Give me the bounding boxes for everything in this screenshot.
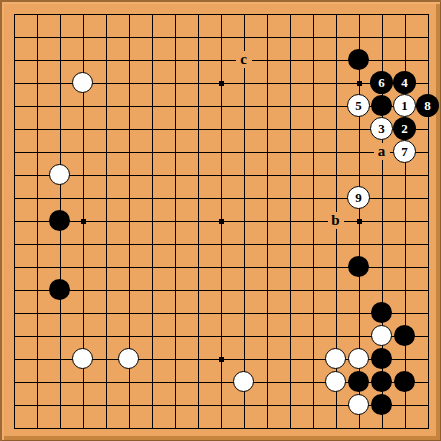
move-7-stone: 7 — [393, 140, 416, 163]
board-point — [94, 117, 117, 140]
board-point — [117, 347, 140, 370]
board-point — [255, 94, 278, 117]
black-stone — [371, 348, 392, 369]
board-point — [416, 393, 439, 416]
board-point — [393, 2, 416, 25]
board-point — [71, 25, 94, 48]
board-point — [48, 324, 71, 347]
board-point — [301, 324, 324, 347]
board-point — [209, 393, 232, 416]
board-point — [278, 232, 301, 255]
board-point — [232, 209, 255, 232]
board-point — [370, 347, 393, 370]
board-point — [94, 232, 117, 255]
board-point — [209, 2, 232, 25]
board-point — [301, 94, 324, 117]
board-point — [140, 25, 163, 48]
board-point — [232, 232, 255, 255]
board-point — [393, 48, 416, 71]
board-point — [232, 278, 255, 301]
board-point — [117, 140, 140, 163]
board-point — [140, 163, 163, 186]
board-point — [324, 71, 347, 94]
board-point — [278, 301, 301, 324]
board-point — [71, 163, 94, 186]
board-point — [94, 416, 117, 439]
board-point — [94, 140, 117, 163]
board-point — [117, 2, 140, 25]
board-point — [232, 347, 255, 370]
board-point — [25, 94, 48, 117]
board-point — [2, 48, 25, 71]
board-point — [71, 255, 94, 278]
board-point — [393, 163, 416, 186]
move-9-stone: 9 — [347, 186, 370, 209]
board-point — [232, 2, 255, 25]
board-point — [25, 25, 48, 48]
board-point — [255, 347, 278, 370]
board-point — [94, 255, 117, 278]
board-point — [94, 347, 117, 370]
board-point: 1 — [393, 94, 416, 117]
board-point — [209, 255, 232, 278]
board-point — [48, 370, 71, 393]
board-point — [393, 232, 416, 255]
board-point — [140, 117, 163, 140]
board-point — [232, 301, 255, 324]
board-point — [370, 324, 393, 347]
board-point — [347, 163, 370, 186]
board-point — [117, 278, 140, 301]
board-intersections: c6451832a79b — [2, 2, 439, 439]
board-point — [324, 140, 347, 163]
board-point — [94, 186, 117, 209]
board-point — [25, 163, 48, 186]
board-point — [2, 94, 25, 117]
board-point — [209, 140, 232, 163]
black-stone — [394, 325, 415, 346]
board-point — [25, 71, 48, 94]
board-point — [2, 140, 25, 163]
board-point — [416, 163, 439, 186]
board-point — [25, 347, 48, 370]
board-point — [278, 370, 301, 393]
board-point — [416, 324, 439, 347]
move-4-stone: 4 — [393, 71, 416, 94]
board-point — [25, 186, 48, 209]
board-point — [94, 209, 117, 232]
board-point — [2, 117, 25, 140]
board-point — [370, 2, 393, 25]
white-stone — [325, 371, 346, 392]
board-point — [163, 347, 186, 370]
board-point — [416, 25, 439, 48]
board-point — [324, 255, 347, 278]
board-point — [370, 255, 393, 278]
board-point — [25, 370, 48, 393]
board-point — [48, 140, 71, 163]
board-point — [301, 25, 324, 48]
board-point — [347, 278, 370, 301]
board-point — [255, 117, 278, 140]
board-point — [301, 71, 324, 94]
board-point — [94, 94, 117, 117]
board-point — [25, 2, 48, 25]
board-point — [370, 416, 393, 439]
board-point — [255, 370, 278, 393]
board-point — [209, 416, 232, 439]
board-point — [186, 25, 209, 48]
move-5-stone: 5 — [347, 94, 370, 117]
board-point — [209, 324, 232, 347]
board-point — [232, 324, 255, 347]
board-point — [48, 416, 71, 439]
board-point — [117, 186, 140, 209]
board-point — [347, 48, 370, 71]
board-point — [163, 25, 186, 48]
board-point — [232, 117, 255, 140]
board-point — [163, 255, 186, 278]
board-point — [2, 255, 25, 278]
board-point — [71, 416, 94, 439]
white-stone — [348, 348, 369, 369]
board-point — [163, 140, 186, 163]
board-point — [25, 255, 48, 278]
board-point — [301, 301, 324, 324]
board-point — [347, 416, 370, 439]
board-point — [140, 393, 163, 416]
board-point — [140, 186, 163, 209]
board-point — [232, 163, 255, 186]
board-point — [71, 393, 94, 416]
board-point — [2, 25, 25, 48]
black-stone — [348, 371, 369, 392]
board-point — [209, 94, 232, 117]
board-point — [416, 370, 439, 393]
board-point — [117, 94, 140, 117]
board-point — [324, 232, 347, 255]
board-point — [2, 71, 25, 94]
board-point — [140, 255, 163, 278]
board-point — [347, 140, 370, 163]
white-stone — [325, 348, 346, 369]
board-point — [324, 48, 347, 71]
board-point — [25, 301, 48, 324]
board-point — [163, 324, 186, 347]
board-point: a — [370, 140, 393, 163]
board-point — [48, 393, 71, 416]
board-point — [393, 370, 416, 393]
board-point — [278, 140, 301, 163]
board-point — [94, 163, 117, 186]
board-point — [416, 2, 439, 25]
board-point — [48, 94, 71, 117]
board-point — [416, 301, 439, 324]
board-point — [163, 163, 186, 186]
board-point — [48, 255, 71, 278]
board-point — [347, 255, 370, 278]
board-point — [71, 347, 94, 370]
board-point — [117, 163, 140, 186]
board-point — [347, 324, 370, 347]
board-point — [71, 209, 94, 232]
board-point — [140, 209, 163, 232]
board-point — [416, 232, 439, 255]
board-point — [278, 255, 301, 278]
board-point — [393, 186, 416, 209]
board-point — [186, 2, 209, 25]
board-point — [71, 94, 94, 117]
black-stone — [348, 256, 369, 277]
board-point — [163, 71, 186, 94]
board-point — [255, 416, 278, 439]
black-stone — [371, 95, 392, 116]
board-point — [370, 301, 393, 324]
board-point — [94, 301, 117, 324]
board-point — [278, 186, 301, 209]
board-point — [255, 278, 278, 301]
board-point — [140, 301, 163, 324]
board-point — [71, 2, 94, 25]
board-point — [163, 117, 186, 140]
board-point — [186, 393, 209, 416]
board-point — [2, 324, 25, 347]
board-point — [278, 393, 301, 416]
board-point — [209, 232, 232, 255]
board-point — [209, 117, 232, 140]
board-point — [324, 347, 347, 370]
board-point — [255, 163, 278, 186]
board-point — [370, 232, 393, 255]
board-point — [140, 140, 163, 163]
board-point — [2, 416, 25, 439]
board-point — [393, 278, 416, 301]
board-point — [209, 301, 232, 324]
board-point — [347, 370, 370, 393]
board-point — [94, 324, 117, 347]
board-point — [278, 209, 301, 232]
board-point — [393, 416, 416, 439]
board-point — [140, 278, 163, 301]
label-c: c — [236, 51, 252, 68]
move-6-stone: 6 — [370, 71, 393, 94]
board-point — [416, 48, 439, 71]
board-point — [186, 324, 209, 347]
board-point — [209, 48, 232, 71]
board-point — [232, 140, 255, 163]
board-point — [301, 255, 324, 278]
board-point — [278, 117, 301, 140]
board-point — [48, 163, 71, 186]
board-point — [370, 393, 393, 416]
board-point — [416, 278, 439, 301]
board-point — [393, 347, 416, 370]
board-point — [232, 25, 255, 48]
board-point — [324, 186, 347, 209]
move-1-stone: 1 — [393, 94, 416, 117]
board-point — [94, 393, 117, 416]
board-point — [2, 209, 25, 232]
board-point — [186, 186, 209, 209]
board-point — [232, 393, 255, 416]
board-point — [255, 2, 278, 25]
board-point: 8 — [416, 94, 439, 117]
board-point — [163, 393, 186, 416]
board-point — [209, 347, 232, 370]
board-point: 6 — [370, 71, 393, 94]
board-point — [393, 393, 416, 416]
board-point — [347, 347, 370, 370]
move-8-stone: 8 — [416, 94, 439, 117]
board-point — [255, 255, 278, 278]
board-point — [117, 71, 140, 94]
board-point — [324, 2, 347, 25]
board-point — [2, 393, 25, 416]
white-stone — [118, 348, 139, 369]
board-point — [140, 416, 163, 439]
board-point — [301, 416, 324, 439]
board-point — [324, 416, 347, 439]
black-stone — [371, 302, 392, 323]
board-point — [278, 71, 301, 94]
board-point — [393, 255, 416, 278]
white-stone — [233, 371, 254, 392]
board-point — [25, 232, 48, 255]
board-point — [324, 117, 347, 140]
board-point: 3 — [370, 117, 393, 140]
board-point: 4 — [393, 71, 416, 94]
board-point — [48, 209, 71, 232]
board-point — [347, 393, 370, 416]
board-point — [48, 2, 71, 25]
board-point — [324, 278, 347, 301]
board-point — [301, 347, 324, 370]
board-point — [117, 48, 140, 71]
board-point — [324, 94, 347, 117]
board-point — [255, 301, 278, 324]
board-point — [232, 186, 255, 209]
board-point — [186, 301, 209, 324]
board-point — [25, 278, 48, 301]
board-point — [232, 255, 255, 278]
board-point — [278, 2, 301, 25]
label-b: b — [328, 212, 344, 229]
board-point — [255, 232, 278, 255]
board-point — [117, 117, 140, 140]
board-point — [71, 117, 94, 140]
board-point — [117, 324, 140, 347]
board-point — [117, 25, 140, 48]
board-point — [186, 416, 209, 439]
board-point — [94, 2, 117, 25]
board-point — [370, 278, 393, 301]
board-point — [140, 48, 163, 71]
move-2-stone: 2 — [393, 117, 416, 140]
black-stone — [348, 49, 369, 70]
board-point — [48, 25, 71, 48]
board-point — [94, 278, 117, 301]
board-point — [209, 278, 232, 301]
board-point — [278, 163, 301, 186]
board-point — [209, 209, 232, 232]
board-point — [140, 347, 163, 370]
board-point — [416, 416, 439, 439]
board-point — [48, 301, 71, 324]
board-point: 7 — [393, 140, 416, 163]
board-point — [186, 370, 209, 393]
board-point — [94, 370, 117, 393]
board-point — [71, 71, 94, 94]
board-point — [94, 71, 117, 94]
board-point — [393, 301, 416, 324]
board-point — [48, 186, 71, 209]
board-point — [416, 186, 439, 209]
board-point — [232, 71, 255, 94]
board-point — [324, 301, 347, 324]
board-point — [393, 324, 416, 347]
black-stone — [49, 210, 70, 231]
board-point — [71, 301, 94, 324]
board-point — [209, 186, 232, 209]
board-point — [278, 25, 301, 48]
board-point — [255, 186, 278, 209]
board-point — [370, 25, 393, 48]
board-point — [163, 2, 186, 25]
board-point — [301, 186, 324, 209]
board-point — [25, 48, 48, 71]
black-stone — [371, 394, 392, 415]
board-point — [324, 25, 347, 48]
board-point — [140, 324, 163, 347]
board-point — [140, 94, 163, 117]
board-point — [117, 416, 140, 439]
board-point — [2, 163, 25, 186]
board-point — [209, 71, 232, 94]
board-point — [25, 393, 48, 416]
board-point — [301, 48, 324, 71]
board-point — [71, 278, 94, 301]
board-point — [393, 25, 416, 48]
board-point: 5 — [347, 94, 370, 117]
board-point — [186, 94, 209, 117]
board-point — [25, 209, 48, 232]
board-point — [25, 140, 48, 163]
board-point — [186, 347, 209, 370]
white-stone — [72, 348, 93, 369]
board-point — [48, 71, 71, 94]
board-point — [2, 370, 25, 393]
board-point — [163, 209, 186, 232]
board-point — [163, 232, 186, 255]
board-point — [324, 393, 347, 416]
board-point: 2 — [393, 117, 416, 140]
board-point — [301, 2, 324, 25]
board-point — [347, 117, 370, 140]
board-point — [416, 71, 439, 94]
board-point — [370, 163, 393, 186]
board-point — [2, 232, 25, 255]
board-point — [416, 347, 439, 370]
board-point — [25, 324, 48, 347]
board-point — [301, 370, 324, 393]
board-point — [324, 324, 347, 347]
board-point — [140, 370, 163, 393]
board-point — [186, 209, 209, 232]
board-point — [278, 416, 301, 439]
board-point — [324, 163, 347, 186]
board-point — [186, 163, 209, 186]
board-point — [117, 255, 140, 278]
